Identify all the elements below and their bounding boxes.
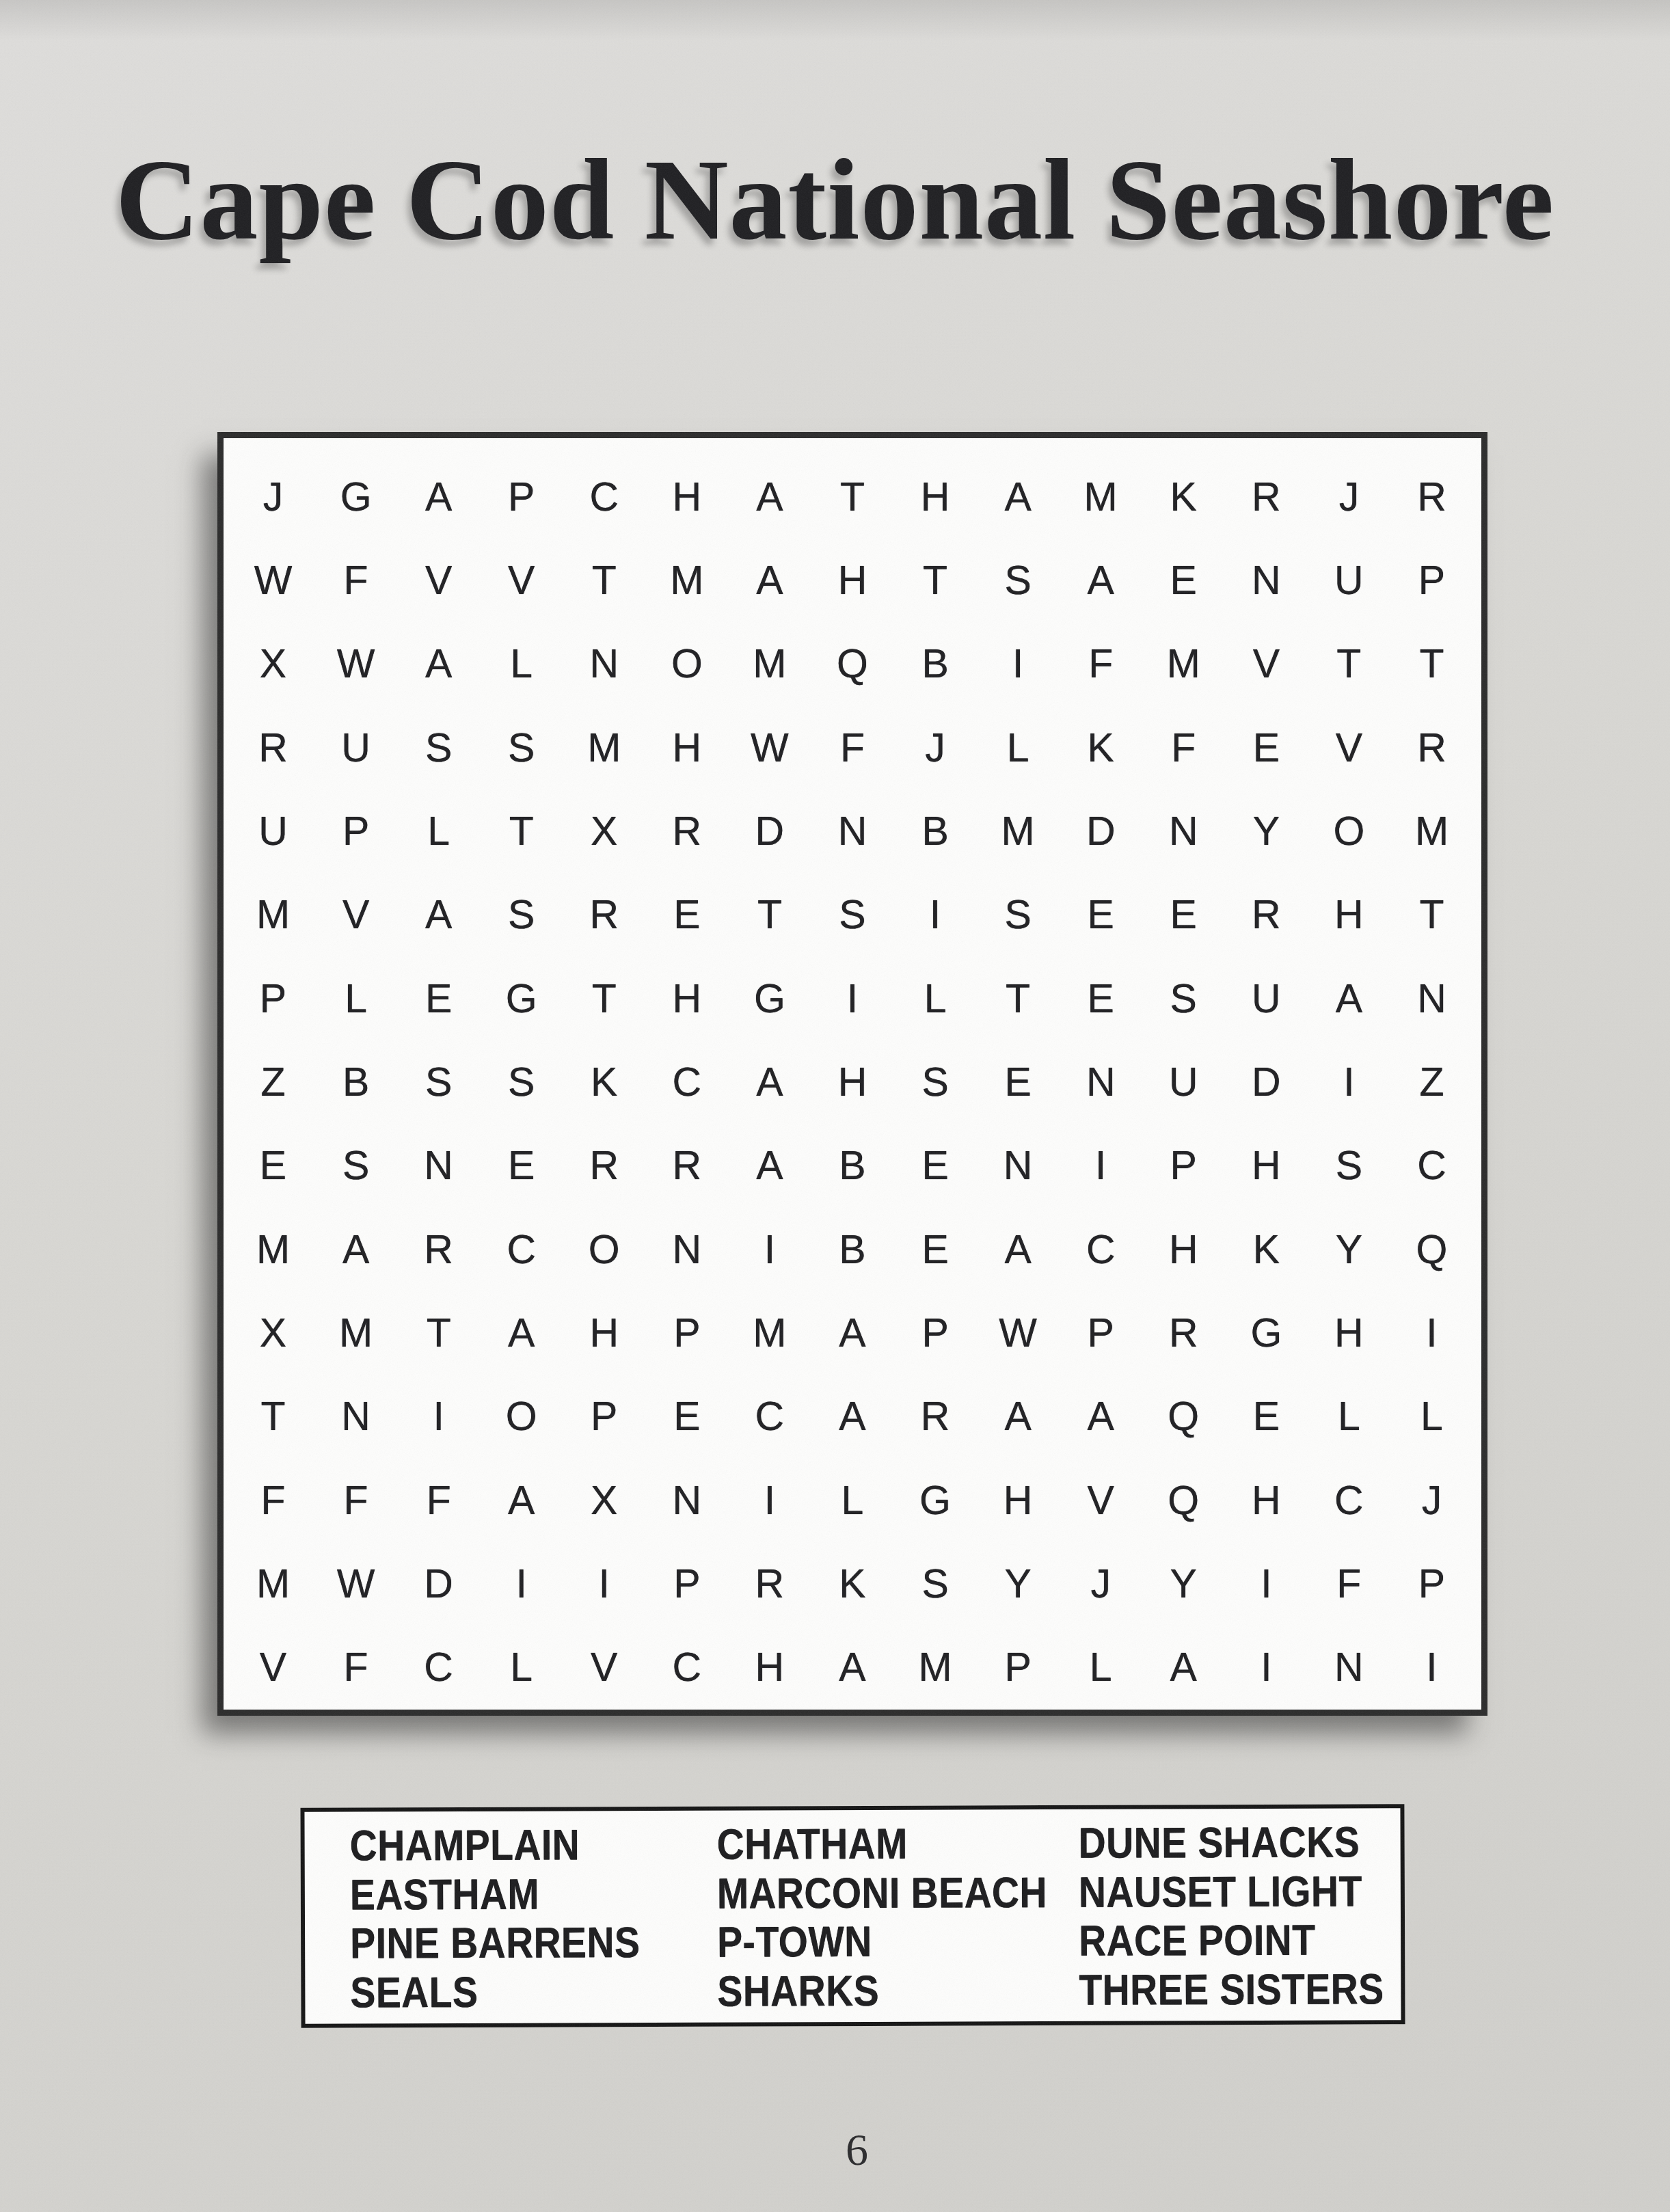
grid-cell[interactable]: B <box>894 623 977 706</box>
grid-cell[interactable]: Y <box>1308 1208 1390 1291</box>
grid-cell[interactable]: C <box>1308 1459 1390 1542</box>
grid-cell[interactable]: Z <box>232 1040 314 1124</box>
grid-cell[interactable]: T <box>1390 874 1473 957</box>
grid-cell[interactable]: N <box>977 1124 1060 1208</box>
grid-cell[interactable]: N <box>1142 790 1225 873</box>
grid-cell[interactable]: P <box>894 1291 977 1375</box>
grid-cell[interactable]: F <box>1142 706 1225 790</box>
scanned-puzzle-page: Cape Cod National Seashore JGAPCHATHAMKR… <box>0 0 1670 2212</box>
grid-cell[interactable]: A <box>1308 957 1390 1040</box>
grid-cell[interactable]: C <box>645 1040 728 1124</box>
grid-cell[interactable]: A <box>728 539 811 622</box>
grid-cell[interactable]: F <box>1060 623 1142 706</box>
grid-cell[interactable]: H <box>1225 1459 1308 1542</box>
word-list-item: RACE POINT <box>1079 1915 1425 1965</box>
grid-cell[interactable]: I <box>728 1208 811 1291</box>
grid-cell[interactable]: P <box>977 1626 1060 1710</box>
word-label: RACE POINT <box>1079 1919 1316 1963</box>
grid-cell[interactable]: H <box>811 539 893 622</box>
grid-cell[interactable]: X <box>563 790 645 873</box>
grid-cell[interactable]: O <box>1308 790 1390 873</box>
grid-cell[interactable]: T <box>480 790 563 873</box>
grid-cell[interactable]: A <box>1142 1626 1225 1710</box>
grid-cell[interactable]: E <box>1142 874 1225 957</box>
grid-cell[interactable]: R <box>894 1375 977 1459</box>
word-list-item: NAUSET LIGHT <box>1079 1867 1425 1917</box>
word-list-item: MARCONI BEACH <box>717 1867 1079 1917</box>
grid-cell[interactable]: L <box>480 1626 563 1710</box>
grid-cell[interactable]: M <box>1390 790 1473 873</box>
grid-cell[interactable]: W <box>977 1291 1060 1375</box>
grid-cell[interactable]: E <box>894 1124 977 1208</box>
grid-cell[interactable]: H <box>728 1626 811 1710</box>
grid-cell[interactable]: C <box>1060 1208 1142 1291</box>
grid-cell[interactable]: H <box>645 957 728 1040</box>
grid-cell[interactable]: I <box>397 1375 480 1459</box>
word-label: EASTHAM <box>350 1872 539 1916</box>
word-list-item: CHAMPLAIN <box>350 1820 717 1870</box>
grid-cell[interactable]: E <box>480 1124 563 1208</box>
grid-cell[interactable]: N <box>1308 1626 1390 1710</box>
grid-cell[interactable]: F <box>232 1459 314 1542</box>
grid-cell[interactable]: R <box>728 1542 811 1626</box>
grid-cell[interactable]: U <box>1225 957 1308 1040</box>
grid-cell[interactable]: L <box>480 623 563 706</box>
grid-cell[interactable]: V <box>232 1626 314 1710</box>
grid-cell[interactable]: E <box>1225 706 1308 790</box>
grid-cell[interactable]: L <box>1390 1375 1473 1459</box>
word-label: CHATHAM <box>717 1822 908 1866</box>
grid-cell[interactable]: H <box>645 455 728 539</box>
grid-cell[interactable]: A <box>977 1375 1060 1459</box>
grid-cell[interactable]: V <box>1308 706 1390 790</box>
grid-cell[interactable]: P <box>1390 539 1473 622</box>
grid-cell[interactable]: W <box>232 539 314 622</box>
grid-cell[interactable]: M <box>232 874 314 957</box>
grid-cell[interactable]: S <box>1142 957 1225 1040</box>
grid-cell[interactable]: Z <box>1390 1040 1473 1124</box>
grid-cell[interactable]: T <box>563 539 645 622</box>
grid-cell[interactable]: W <box>728 706 811 790</box>
grid-cell[interactable]: R <box>1225 874 1308 957</box>
word-list-item: SEALS <box>350 1967 717 2017</box>
grid-cell[interactable]: I <box>1390 1626 1473 1710</box>
grid-cell[interactable]: Y <box>1225 790 1308 873</box>
grid-cell[interactable]: A <box>480 1459 563 1542</box>
grid-cell[interactable]: R <box>563 1124 645 1208</box>
grid-cell[interactable]: K <box>1060 706 1142 790</box>
grid-cell[interactable]: I <box>977 623 1060 706</box>
grid-cell[interactable]: Y <box>1142 1542 1225 1626</box>
wordsearch-board: JGAPCHATHAMKRJRWFVVTMAHTSAENUPXWALNOMQBI… <box>217 432 1487 1716</box>
grid-cell[interactable]: I <box>1060 1124 1142 1208</box>
grid-cell[interactable]: A <box>728 1124 811 1208</box>
grid-cell[interactable]: W <box>314 1542 397 1626</box>
grid-cell[interactable]: T <box>977 957 1060 1040</box>
grid-cell[interactable]: X <box>563 1459 645 1542</box>
grid-cell[interactable]: D <box>1225 1040 1308 1124</box>
grid-cell[interactable]: Q <box>811 623 893 706</box>
grid-cell[interactable]: G <box>1225 1291 1308 1375</box>
word-label: MARCONI BEACH <box>717 1871 1047 1915</box>
grid-cell[interactable]: S <box>397 1040 480 1124</box>
grid-cell[interactable]: P <box>1142 1124 1225 1208</box>
grid-cell[interactable]: H <box>1308 1291 1390 1375</box>
grid-cell[interactable]: R <box>645 1124 728 1208</box>
grid-cell[interactable]: F <box>314 1626 397 1710</box>
grid-cell[interactable]: T <box>1308 623 1390 706</box>
grid-cell[interactable]: L <box>397 790 480 873</box>
grid-cell[interactable]: U <box>232 790 314 873</box>
grid-cell[interactable]: A <box>811 1375 893 1459</box>
grid-cell[interactable]: N <box>314 1375 397 1459</box>
grid-cell[interactable]: L <box>977 706 1060 790</box>
grid-cell[interactable]: A <box>480 1291 563 1375</box>
word-list-item: P-TOWN <box>717 1917 1079 1967</box>
grid-cell[interactable]: F <box>397 1459 480 1542</box>
grid-cell[interactable]: D <box>728 790 811 873</box>
word-list-item: EASTHAM <box>350 1869 717 1919</box>
grid-cell[interactable]: J <box>1308 455 1390 539</box>
grid-cell[interactable]: R <box>563 874 645 957</box>
grid-cell[interactable]: T <box>397 1291 480 1375</box>
grid-cell[interactable]: S <box>894 1040 977 1124</box>
grid-cell[interactable]: G <box>728 957 811 1040</box>
grid-cell[interactable]: N <box>811 790 893 873</box>
grid-cell[interactable]: H <box>563 1291 645 1375</box>
grid-cell[interactable]: K <box>811 1542 893 1626</box>
grid-cell[interactable]: U <box>1142 1040 1225 1124</box>
grid-cell[interactable]: F <box>314 539 397 622</box>
grid-cell[interactable]: R <box>645 790 728 873</box>
grid-cell[interactable]: B <box>811 1124 893 1208</box>
grid-cell[interactable]: I <box>894 874 977 957</box>
grid-cell[interactable]: I <box>1308 1040 1390 1124</box>
grid-cell[interactable]: N <box>645 1459 728 1542</box>
grid-cell[interactable]: J <box>894 706 977 790</box>
grid-cell[interactable]: I <box>728 1459 811 1542</box>
grid-cell[interactable]: M <box>1142 623 1225 706</box>
grid-cell[interactable]: T <box>563 957 645 1040</box>
word-label: SHARKS <box>717 1969 879 2013</box>
grid-cell[interactable]: O <box>563 1208 645 1291</box>
grid-cell[interactable]: T <box>232 1375 314 1459</box>
grid-cell[interactable]: A <box>728 455 811 539</box>
grid-cell[interactable]: H <box>645 706 728 790</box>
grid-cell[interactable]: F <box>314 1459 397 1542</box>
grid-cell[interactable]: I <box>1390 1291 1473 1375</box>
grid-cell[interactable]: D <box>397 1542 480 1626</box>
grid-cell[interactable]: M <box>645 539 728 622</box>
grid-cell[interactable]: E <box>894 1208 977 1291</box>
grid-cell[interactable]: B <box>894 790 977 873</box>
word-label: P-TOWN <box>717 1920 872 1964</box>
word-label: PINE BARRENS <box>350 1921 640 1965</box>
grid-cell[interactable]: H <box>894 455 977 539</box>
grid-cell[interactable]: N <box>1225 539 1308 622</box>
grid-cell[interactable]: L <box>314 957 397 1040</box>
grid-cell[interactable]: S <box>1308 1124 1390 1208</box>
grid-cell[interactable]: C <box>480 1208 563 1291</box>
grid-cell[interactable]: Q <box>1142 1459 1225 1542</box>
grid-cell[interactable]: X <box>232 1291 314 1375</box>
grid-cell[interactable]: U <box>1308 539 1390 622</box>
word-list-item: DUNE SHACKS <box>1079 1818 1425 1867</box>
grid-cell[interactable]: J <box>232 455 314 539</box>
grid-cell[interactable]: G <box>894 1459 977 1542</box>
grid-cell[interactable]: C <box>728 1375 811 1459</box>
grid-cell[interactable]: L <box>1060 1626 1142 1710</box>
page-title: Cape Cod National Seashore <box>0 141 1670 258</box>
grid-cell[interactable]: J <box>1390 1459 1473 1542</box>
grid-cell[interactable]: N <box>1390 957 1473 1040</box>
grid-cell[interactable]: S <box>894 1542 977 1626</box>
grid-cell[interactable]: K <box>563 1040 645 1124</box>
grid-cell[interactable]: E <box>645 1375 728 1459</box>
grid-cell[interactable]: I <box>480 1542 563 1626</box>
word-list-item: CHATHAM <box>717 1819 1079 1869</box>
grid-cell[interactable]: H <box>977 1459 1060 1542</box>
grid-cell[interactable]: R <box>1225 455 1308 539</box>
grid-cell[interactable]: M <box>1060 455 1142 539</box>
grid-cell[interactable]: I <box>811 957 893 1040</box>
grid-cell[interactable]: A <box>397 455 480 539</box>
grid-cell[interactable]: S <box>480 874 563 957</box>
grid-cell[interactable]: S <box>811 874 893 957</box>
grid-cell[interactable]: T <box>811 455 893 539</box>
grid-cell[interactable]: E <box>645 874 728 957</box>
grid-cell[interactable]: M <box>314 1291 397 1375</box>
grid-cell[interactable]: F <box>811 706 893 790</box>
grid-cell[interactable]: R <box>397 1208 480 1291</box>
grid-cell[interactable]: H <box>1308 874 1390 957</box>
grid-cell[interactable]: N <box>1060 1040 1142 1124</box>
grid-cell[interactable]: A <box>977 1208 1060 1291</box>
grid-cell[interactable]: K <box>1142 455 1225 539</box>
grid-cell[interactable]: O <box>480 1375 563 1459</box>
grid-cell[interactable]: V <box>563 1626 645 1710</box>
word-label: NAUSET LIGHT <box>1079 1870 1362 1913</box>
grid-cell[interactable]: I <box>1225 1626 1308 1710</box>
grid-cell[interactable]: T <box>728 874 811 957</box>
grid-cell[interactable]: W <box>314 623 397 706</box>
grid-cell[interactable]: Q <box>1390 1208 1473 1291</box>
grid-cell[interactable]: S <box>977 539 1060 622</box>
grid-cell[interactable]: K <box>1225 1208 1308 1291</box>
grid-cell[interactable]: A <box>811 1626 893 1710</box>
grid-cell[interactable]: L <box>1308 1375 1390 1459</box>
grid-cell[interactable]: R <box>232 706 314 790</box>
grid-cell[interactable]: E <box>1142 539 1225 622</box>
grid-cell[interactable]: A <box>977 455 1060 539</box>
word-list-item: SHARKS <box>717 1965 1079 2015</box>
grid-cell[interactable]: B <box>314 1040 397 1124</box>
grid-cell[interactable]: C <box>397 1626 480 1710</box>
grid-cell[interactable]: L <box>894 957 977 1040</box>
grid-cell[interactable]: V <box>397 539 480 622</box>
letter-grid: JGAPCHATHAMKRJRWFVVTMAHTSAENUPXWALNOMQBI… <box>224 438 1481 1710</box>
grid-cell[interactable]: V <box>1225 623 1308 706</box>
grid-cell[interactable]: V <box>314 874 397 957</box>
grid-cell[interactable]: C <box>1390 1124 1473 1208</box>
grid-cell[interactable]: S <box>480 1040 563 1124</box>
word-label: CHAMPLAIN <box>350 1824 580 1867</box>
word-label: DUNE SHACKS <box>1079 1821 1360 1865</box>
grid-cell[interactable]: E <box>977 1040 1060 1124</box>
grid-cell[interactable]: A <box>397 874 480 957</box>
grid-cell[interactable]: N <box>397 1124 480 1208</box>
grid-cell[interactable]: Q <box>1142 1375 1225 1459</box>
grid-cell[interactable]: H <box>811 1040 893 1124</box>
grid-cell[interactable]: N <box>645 1208 728 1291</box>
grid-cell[interactable]: P <box>1390 1542 1473 1626</box>
grid-cell[interactable]: F <box>1308 1542 1390 1626</box>
grid-cell[interactable]: M <box>563 706 645 790</box>
grid-cell[interactable]: M <box>232 1542 314 1626</box>
grid-cell[interactable]: A <box>1060 539 1142 622</box>
grid-cell[interactable]: X <box>232 623 314 706</box>
page-number: 6 <box>0 2127 1670 2172</box>
grid-cell[interactable]: H <box>1142 1208 1225 1291</box>
grid-cell[interactable]: M <box>977 790 1060 873</box>
grid-cell[interactable]: Y <box>977 1542 1060 1626</box>
grid-cell[interactable]: G <box>314 455 397 539</box>
grid-cell[interactable]: N <box>563 623 645 706</box>
grid-cell[interactable]: E <box>1225 1375 1308 1459</box>
grid-cell[interactable]: I <box>1225 1542 1308 1626</box>
grid-cell[interactable]: R <box>1390 706 1473 790</box>
grid-cell[interactable]: M <box>728 623 811 706</box>
word-label: THREE SISTERS <box>1079 1967 1384 2012</box>
grid-cell[interactable]: A <box>728 1040 811 1124</box>
grid-cell[interactable]: P <box>1060 1291 1142 1375</box>
grid-cell[interactable]: E <box>232 1124 314 1208</box>
word-list-item: THREE SISTERS <box>1079 1965 1425 2014</box>
grid-cell[interactable]: V <box>480 539 563 622</box>
grid-cell[interactable]: A <box>811 1291 893 1375</box>
grid-cell[interactable]: J <box>1060 1542 1142 1626</box>
grid-cell[interactable]: S <box>977 874 1060 957</box>
grid-cell[interactable]: S <box>397 706 480 790</box>
grid-cell[interactable]: M <box>232 1208 314 1291</box>
grid-cell[interactable]: P <box>314 790 397 873</box>
grid-cell[interactable]: E <box>1060 874 1142 957</box>
word-list-box: CHAMPLAINEASTHAMPINE BARRENSSEALSCHATHAM… <box>300 1804 1405 2028</box>
grid-cell[interactable]: A <box>397 623 480 706</box>
grid-cell[interactable]: T <box>894 539 977 622</box>
grid-cell[interactable]: D <box>1060 790 1142 873</box>
grid-cell[interactable]: P <box>480 455 563 539</box>
grid-cell[interactable]: C <box>563 455 645 539</box>
grid-cell[interactable]: P <box>232 957 314 1040</box>
grid-cell[interactable]: S <box>480 706 563 790</box>
grid-cell[interactable]: A <box>1060 1375 1142 1459</box>
grid-cell[interactable]: L <box>811 1459 893 1542</box>
grid-cell[interactable]: V <box>1060 1459 1142 1542</box>
grid-cell[interactable]: M <box>728 1291 811 1375</box>
grid-cell[interactable]: H <box>1225 1124 1308 1208</box>
grid-cell[interactable]: P <box>563 1375 645 1459</box>
word-list-item: PINE BARRENS <box>350 1918 717 1968</box>
grid-cell[interactable]: C <box>645 1626 728 1710</box>
grid-cell[interactable]: M <box>894 1626 977 1710</box>
grid-cell[interactable]: O <box>645 623 728 706</box>
grid-cell[interactable]: P <box>645 1291 728 1375</box>
grid-cell[interactable]: E <box>1060 957 1142 1040</box>
grid-cell[interactable]: E <box>397 957 480 1040</box>
grid-cell[interactable]: R <box>1390 455 1473 539</box>
grid-cell[interactable]: G <box>480 957 563 1040</box>
grid-cell[interactable]: A <box>314 1208 397 1291</box>
grid-cell[interactable]: S <box>314 1124 397 1208</box>
grid-cell[interactable]: B <box>811 1208 893 1291</box>
grid-cell[interactable]: U <box>314 706 397 790</box>
grid-cell[interactable]: T <box>1390 623 1473 706</box>
grid-cell[interactable]: P <box>645 1542 728 1626</box>
grid-cell[interactable]: I <box>563 1542 645 1626</box>
grid-cell[interactable]: R <box>1142 1291 1225 1375</box>
word-label: SEALS <box>350 1971 478 2014</box>
